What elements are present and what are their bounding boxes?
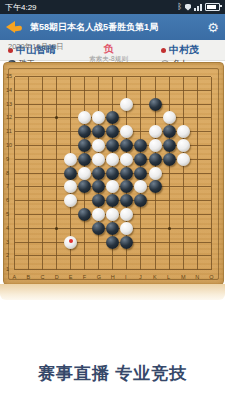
stone-black bbox=[134, 167, 147, 180]
row-coordinate-label: 14 bbox=[6, 88, 12, 94]
stone-black bbox=[149, 98, 162, 111]
board-table-edge bbox=[0, 284, 225, 300]
stone-black bbox=[163, 125, 176, 138]
bluetooth-icon: ᛒ bbox=[177, 3, 182, 11]
board-vertical-line bbox=[211, 77, 212, 270]
stone-black bbox=[163, 153, 176, 166]
row-coordinate-label: 6 bbox=[6, 198, 9, 204]
row-coordinate-label: 2 bbox=[6, 253, 9, 259]
white-player-name-row: 中村茂 bbox=[161, 43, 199, 57]
result-label: 负 bbox=[104, 44, 114, 54]
board-horizontal-line bbox=[15, 255, 212, 256]
stone-white bbox=[149, 125, 162, 138]
row-coordinate-label: 5 bbox=[6, 212, 9, 218]
stone-black bbox=[149, 153, 162, 166]
white-player-name: 中村茂 bbox=[169, 43, 199, 57]
gear-icon[interactable]: ⚙ bbox=[207, 21, 219, 34]
column-coordinate-label: E bbox=[69, 275, 73, 281]
promo-banner-text: 赛事直播 专业竞技 bbox=[38, 362, 188, 385]
stone-white bbox=[149, 139, 162, 152]
stone-white bbox=[64, 153, 77, 166]
last-move-marker bbox=[69, 239, 73, 243]
renju-board[interactable]: 151413121110987654321ABCDEFGHIJKLMNO bbox=[3, 62, 224, 285]
column-coordinate-label: I bbox=[125, 275, 127, 281]
column-coordinate-label: B bbox=[27, 275, 31, 281]
stone-black bbox=[106, 167, 119, 180]
column-coordinate-label: F bbox=[83, 275, 86, 281]
row-coordinate-label: 11 bbox=[6, 129, 12, 135]
column-coordinate-label: C bbox=[41, 275, 45, 281]
stone-black bbox=[120, 167, 133, 180]
column-coordinate-label: N bbox=[195, 275, 199, 281]
stone-white bbox=[177, 139, 190, 152]
app-header: 第58期日本名人战5番胜负第1局 ⚙ bbox=[0, 14, 225, 40]
column-coordinate-label: M bbox=[181, 275, 186, 281]
stone-white bbox=[177, 153, 190, 166]
stone-white bbox=[120, 98, 133, 111]
stone-white bbox=[64, 236, 77, 249]
row-coordinate-label: 15 bbox=[6, 74, 12, 80]
stone-black bbox=[106, 236, 119, 249]
column-coordinate-label: O bbox=[209, 275, 213, 281]
shield-icon bbox=[185, 4, 191, 11]
stone-white bbox=[78, 167, 91, 180]
stone-black bbox=[92, 167, 105, 180]
stone-white bbox=[177, 125, 190, 138]
board-vertical-line bbox=[197, 77, 198, 270]
row-coordinate-label: 13 bbox=[6, 102, 12, 108]
board-horizontal-line bbox=[15, 269, 212, 270]
promo-banner[interactable]: 赛事直播 专业竞技 bbox=[0, 356, 225, 390]
page-title: 第58期日本名人战5番胜负第1局 bbox=[30, 21, 203, 34]
row-coordinate-label: 7 bbox=[6, 184, 9, 190]
column-coordinate-label: J bbox=[139, 275, 142, 281]
row-coordinate-label: 9 bbox=[6, 157, 9, 163]
row-coordinate-label: 12 bbox=[6, 115, 12, 121]
stone-black bbox=[163, 139, 176, 152]
star-point bbox=[168, 227, 171, 230]
status-icons: ᛒ bbox=[177, 3, 220, 11]
status-bar: 下午4:29 ᛒ bbox=[0, 0, 225, 14]
column-coordinate-label: A bbox=[13, 275, 17, 281]
stone-white bbox=[149, 167, 162, 180]
signal-icon bbox=[194, 4, 202, 11]
column-coordinate-label: G bbox=[97, 275, 101, 281]
row-coordinate-label: 8 bbox=[6, 171, 9, 177]
clock-time: 下午4:29 bbox=[5, 2, 37, 13]
column-coordinate-label: H bbox=[111, 275, 115, 281]
star-point bbox=[55, 227, 58, 230]
white-player-dot-icon bbox=[161, 48, 166, 53]
row-coordinate-label: 10 bbox=[6, 143, 12, 149]
row-coordinate-label: 4 bbox=[6, 226, 9, 232]
column-coordinate-label: D bbox=[55, 275, 59, 281]
stone-black bbox=[149, 180, 162, 193]
back-button[interactable] bbox=[6, 21, 22, 33]
row-coordinate-label: 3 bbox=[6, 240, 9, 246]
game-date: 2020年10月10日 bbox=[8, 42, 64, 52]
stone-white bbox=[163, 111, 176, 124]
column-coordinate-label: K bbox=[153, 275, 157, 281]
stone-black bbox=[120, 236, 133, 249]
column-coordinate-label: L bbox=[167, 275, 170, 281]
row-coordinate-label: 1 bbox=[6, 267, 9, 273]
stone-black bbox=[64, 167, 77, 180]
battery-icon bbox=[205, 3, 220, 11]
stone-black bbox=[78, 153, 91, 166]
